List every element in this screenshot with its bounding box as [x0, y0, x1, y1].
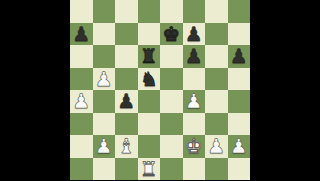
square-a5[interactable]: [70, 68, 93, 91]
white-bishop: ♝: [117, 135, 135, 157]
white-pawn: ♟: [185, 90, 203, 112]
square-a4[interactable]: ♟: [70, 90, 93, 113]
square-g6[interactable]: [205, 45, 228, 68]
square-d5[interactable]: ♞: [138, 68, 161, 91]
square-f3[interactable]: [183, 113, 206, 136]
white-pawn: ♟: [95, 68, 113, 90]
square-d6[interactable]: ♜: [138, 45, 161, 68]
square-e7[interactable]: ♚: [160, 23, 183, 46]
square-c3[interactable]: [115, 113, 138, 136]
white-pawn: ♟: [72, 90, 90, 112]
square-c7[interactable]: [115, 23, 138, 46]
square-h1[interactable]: [228, 158, 251, 181]
black-rook: ♜: [140, 45, 158, 67]
square-g4[interactable]: [205, 90, 228, 113]
square-b8[interactable]: [93, 0, 116, 23]
square-c8[interactable]: [115, 0, 138, 23]
square-e3[interactable]: [160, 113, 183, 136]
square-d1[interactable]: ♜: [138, 158, 161, 181]
square-c6[interactable]: [115, 45, 138, 68]
square-d7[interactable]: [138, 23, 161, 46]
square-b5[interactable]: ♟: [93, 68, 116, 91]
square-b7[interactable]: [93, 23, 116, 46]
square-g7[interactable]: [205, 23, 228, 46]
square-h8[interactable]: [228, 0, 251, 23]
square-c4[interactable]: ♟: [115, 90, 138, 113]
square-e4[interactable]: [160, 90, 183, 113]
square-h5[interactable]: [228, 68, 251, 91]
square-c5[interactable]: [115, 68, 138, 91]
square-f2[interactable]: ♚: [183, 135, 206, 158]
black-knight: ♞: [140, 68, 158, 90]
white-rook: ♜: [140, 158, 158, 180]
square-f5[interactable]: [183, 68, 206, 91]
white-pawn: ♟: [95, 135, 113, 157]
square-c2[interactable]: ♝: [115, 135, 138, 158]
square-g5[interactable]: [205, 68, 228, 91]
square-e6[interactable]: [160, 45, 183, 68]
square-e2[interactable]: [160, 135, 183, 158]
square-c1[interactable]: [115, 158, 138, 181]
square-b2[interactable]: ♟: [93, 135, 116, 158]
white-pawn: ♟: [207, 135, 225, 157]
square-f6[interactable]: ♟: [183, 45, 206, 68]
square-d4[interactable]: [138, 90, 161, 113]
square-b4[interactable]: [93, 90, 116, 113]
square-a6[interactable]: [70, 45, 93, 68]
square-g8[interactable]: [205, 0, 228, 23]
square-h7[interactable]: [228, 23, 251, 46]
square-e1[interactable]: [160, 158, 183, 181]
square-h2[interactable]: ♟: [228, 135, 251, 158]
square-e8[interactable]: [160, 0, 183, 23]
square-g2[interactable]: ♟: [205, 135, 228, 158]
square-d2[interactable]: [138, 135, 161, 158]
square-a2[interactable]: [70, 135, 93, 158]
square-a1[interactable]: [70, 158, 93, 181]
black-pawn: ♟: [117, 90, 135, 112]
square-b1[interactable]: [93, 158, 116, 181]
square-f8[interactable]: [183, 0, 206, 23]
square-d3[interactable]: [138, 113, 161, 136]
white-pawn: ♟: [230, 135, 248, 157]
black-pawn: ♟: [185, 45, 203, 67]
square-b3[interactable]: [93, 113, 116, 136]
chess-board[interactable]: ♟♚♟♜♟♟♟♞♟♟♟♟♝♚♟♟♜: [70, 0, 250, 180]
square-e5[interactable]: [160, 68, 183, 91]
square-g1[interactable]: [205, 158, 228, 181]
app-background: ♟♚♟♜♟♟♟♞♟♟♟♟♝♚♟♟♜: [0, 0, 320, 180]
square-a8[interactable]: [70, 0, 93, 23]
square-g3[interactable]: [205, 113, 228, 136]
square-a7[interactable]: ♟: [70, 23, 93, 46]
square-f4[interactable]: ♟: [183, 90, 206, 113]
square-f1[interactable]: [183, 158, 206, 181]
square-h6[interactable]: ♟: [228, 45, 251, 68]
square-h3[interactable]: [228, 113, 251, 136]
square-d8[interactable]: [138, 0, 161, 23]
white-king: ♚: [185, 135, 203, 157]
black-pawn: ♟: [185, 23, 203, 45]
square-h4[interactable]: [228, 90, 251, 113]
square-a3[interactable]: [70, 113, 93, 136]
black-king: ♚: [162, 23, 180, 45]
black-pawn: ♟: [230, 45, 248, 67]
square-b6[interactable]: [93, 45, 116, 68]
square-f7[interactable]: ♟: [183, 23, 206, 46]
black-pawn: ♟: [72, 23, 90, 45]
